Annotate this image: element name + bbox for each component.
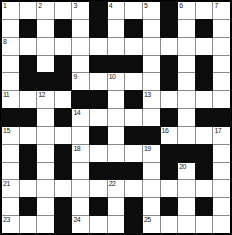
clue-number: 17 [214, 127, 221, 135]
blocked-cell [89, 162, 108, 181]
letter-cell[interactable] [108, 145, 125, 162]
letter-cell[interactable]: 24 [72, 216, 89, 233]
clue-number: 14 [73, 109, 80, 117]
letter-cell[interactable] [143, 198, 160, 215]
letter-cell[interactable]: 14 [72, 109, 89, 126]
letter-cell[interactable] [90, 180, 107, 197]
letter-cell[interactable]: 6 [178, 2, 195, 19]
blocked-cell [124, 162, 143, 181]
clue-number: 19 [144, 145, 151, 153]
letter-cell[interactable] [108, 109, 125, 126]
letter-cell[interactable] [178, 56, 195, 73]
letter-cell[interactable] [178, 73, 195, 90]
letter-cell[interactable] [125, 73, 142, 90]
clue-number: 7 [214, 2, 217, 10]
blocked-cell [124, 215, 143, 234]
letter-cell[interactable] [143, 56, 160, 73]
blocked-cell [89, 19, 108, 38]
letter-cell[interactable] [72, 20, 89, 37]
blocked-cell [160, 55, 179, 74]
letter-cell[interactable]: 22 [108, 180, 125, 197]
blocked-cell [89, 1, 108, 20]
blocked-cell [71, 90, 90, 109]
letter-cell[interactable] [161, 180, 178, 197]
letter-cell[interactable] [108, 127, 125, 144]
letter-cell[interactable] [178, 91, 195, 108]
blocked-cell [54, 144, 73, 163]
blocked-cell [195, 162, 214, 181]
clue-number: 12 [38, 91, 45, 99]
letter-cell[interactable] [55, 2, 72, 19]
clue-number: 25 [144, 216, 151, 224]
letter-cell[interactable] [178, 216, 195, 233]
letter-cell[interactable] [196, 127, 213, 144]
letter-cell[interactable]: 25 [143, 216, 160, 233]
letter-cell[interactable]: 11 [2, 91, 19, 108]
letter-cell[interactable] [37, 127, 54, 144]
blocked-cell [124, 19, 143, 38]
clue-number: 22 [109, 180, 116, 188]
letter-cell[interactable] [143, 180, 160, 197]
letter-cell[interactable]: 17 [213, 127, 230, 144]
letter-cell[interactable]: 1 [2, 2, 19, 19]
letter-cell[interactable] [108, 38, 125, 55]
letter-cell[interactable] [37, 216, 54, 233]
clue-number: 13 [144, 91, 151, 99]
letter-cell[interactable] [108, 20, 125, 37]
letter-cell[interactable] [55, 127, 72, 144]
letter-cell[interactable] [72, 198, 89, 215]
blocked-cell [89, 55, 108, 74]
letter-cell[interactable] [55, 38, 72, 55]
clue-number: 4 [109, 2, 112, 10]
letter-cell[interactable] [2, 163, 19, 180]
clue-number: 21 [3, 180, 10, 188]
letter-cell[interactable] [72, 163, 89, 180]
blocked-cell [54, 197, 73, 216]
letter-cell[interactable] [72, 56, 89, 73]
letter-cell[interactable] [90, 109, 107, 126]
blocked-cell [195, 55, 214, 74]
clue-number: 18 [73, 145, 80, 153]
letter-cell[interactable] [125, 109, 142, 126]
blocked-cell [142, 126, 161, 145]
crossword-board: 1234567891011121314151617181920212223242… [0, 0, 232, 235]
letter-cell[interactable] [37, 20, 54, 37]
blocked-cell [19, 72, 38, 91]
letter-cell[interactable] [213, 180, 230, 197]
blocked-cell [107, 162, 126, 181]
letter-cell[interactable] [72, 38, 89, 55]
blocked-cell [36, 72, 55, 91]
letter-cell[interactable] [20, 127, 37, 144]
letter-cell[interactable] [161, 38, 178, 55]
letter-cell[interactable] [213, 38, 230, 55]
blocked-cell [54, 72, 73, 91]
letter-cell[interactable]: 10 [108, 73, 125, 90]
blocked-cell [1, 108, 20, 127]
clue-number: 9 [73, 73, 76, 81]
letter-cell[interactable] [72, 127, 89, 144]
letter-cell[interactable] [55, 180, 72, 197]
letter-cell[interactable] [37, 198, 54, 215]
letter-cell[interactable] [37, 56, 54, 73]
letter-cell[interactable] [213, 145, 230, 162]
letter-cell[interactable] [213, 56, 230, 73]
blocked-cell [54, 55, 73, 74]
letter-cell[interactable]: 7 [213, 2, 230, 19]
blocked-cell [195, 197, 214, 216]
letter-cell[interactable] [125, 145, 142, 162]
letter-cell[interactable]: 21 [2, 180, 19, 197]
blocked-cell [54, 19, 73, 38]
blocked-cell [89, 126, 108, 145]
letter-cell[interactable] [196, 2, 213, 19]
letter-cell[interactable] [178, 127, 195, 144]
letter-cell[interactable]: 8 [2, 38, 19, 55]
letter-cell[interactable] [125, 2, 142, 19]
letter-cell[interactable]: 2 [37, 2, 54, 19]
blocked-cell [195, 72, 214, 91]
clue-number: 11 [3, 91, 9, 99]
letter-cell[interactable] [213, 20, 230, 37]
clue-number: 15 [3, 127, 10, 135]
letter-cell[interactable] [37, 180, 54, 197]
letter-cell[interactable] [213, 91, 230, 108]
letter-cell[interactable] [20, 216, 37, 233]
blocked-cell [124, 90, 143, 109]
letter-cell[interactable] [2, 20, 19, 37]
blocked-cell [54, 215, 73, 234]
letter-cell[interactable] [213, 198, 230, 215]
blocked-cell [107, 55, 126, 74]
clue-number: 5 [144, 2, 147, 10]
blocked-cell [54, 108, 73, 127]
blocked-cell [160, 144, 179, 163]
blocked-cell [195, 19, 214, 38]
letter-cell[interactable] [178, 198, 195, 215]
letter-cell[interactable]: 4 [108, 2, 125, 19]
letter-cell[interactable]: 3 [72, 2, 89, 19]
clue-number: 2 [38, 2, 41, 10]
letter-cell[interactable] [196, 91, 213, 108]
blocked-cell [160, 162, 179, 181]
clue-number: 3 [73, 2, 76, 10]
letter-cell[interactable] [108, 216, 125, 233]
letter-cell[interactable]: 19 [143, 145, 160, 162]
letter-cell[interactable] [161, 91, 178, 108]
letter-cell[interactable] [196, 38, 213, 55]
blocked-cell [124, 55, 143, 74]
letter-cell[interactable] [90, 216, 107, 233]
blocked-cell [212, 108, 231, 127]
letter-cell[interactable] [196, 180, 213, 197]
letter-cell[interactable] [143, 38, 160, 55]
blocked-cell [160, 197, 179, 216]
letter-cell[interactable] [37, 145, 54, 162]
clue-number: 24 [73, 216, 80, 224]
letter-cell[interactable] [20, 2, 37, 19]
blocked-cell [89, 197, 108, 216]
clue-number: 16 [162, 127, 169, 135]
blocked-cell [160, 72, 179, 91]
letter-cell[interactable] [37, 109, 54, 126]
letter-cell[interactable]: 23 [2, 216, 19, 233]
letter-cell[interactable] [37, 163, 54, 180]
letter-cell[interactable] [213, 216, 230, 233]
blocked-cell [89, 90, 108, 109]
blocked-cell [195, 144, 214, 163]
clue-number: 8 [3, 38, 6, 46]
letter-cell[interactable] [55, 91, 72, 108]
letter-cell[interactable]: 15 [2, 127, 19, 144]
blocked-cell [19, 197, 38, 216]
letter-cell[interactable] [20, 180, 37, 197]
letter-cell[interactable]: 16 [161, 127, 178, 144]
letter-cell[interactable]: 12 [37, 91, 54, 108]
letter-cell[interactable] [161, 216, 178, 233]
letter-cell[interactable] [2, 198, 19, 215]
letter-cell[interactable]: 9 [72, 73, 89, 90]
letter-cell[interactable] [20, 91, 37, 108]
blocked-cell [54, 162, 73, 181]
letter-cell[interactable]: 20 [178, 163, 195, 180]
letter-cell[interactable] [178, 180, 195, 197]
letter-cell[interactable] [37, 38, 54, 55]
blocked-cell [124, 197, 143, 216]
blocked-cell [19, 19, 38, 38]
letter-cell[interactable] [108, 91, 125, 108]
letter-cell[interactable] [143, 163, 160, 180]
letter-cell[interactable] [20, 38, 37, 55]
letter-cell[interactable] [143, 73, 160, 90]
blocked-cell [160, 1, 179, 20]
blocked-cell [19, 162, 38, 181]
letter-cell[interactable] [2, 56, 19, 73]
blocked-cell [124, 126, 143, 145]
letter-cell[interactable] [196, 216, 213, 233]
letter-cell[interactable] [72, 180, 89, 197]
blocked-cell [177, 144, 196, 163]
clue-number: 23 [3, 216, 10, 224]
blocked-cell [160, 19, 179, 38]
letter-cell[interactable] [143, 109, 160, 126]
letter-cell[interactable]: 5 [143, 2, 160, 19]
clue-number: 20 [179, 163, 186, 171]
clue-number: 1 [3, 2, 6, 10]
letter-cell[interactable] [213, 163, 230, 180]
letter-cell[interactable] [213, 73, 230, 90]
blocked-cell [19, 108, 38, 127]
letter-cell[interactable] [178, 109, 195, 126]
letter-cell[interactable]: 18 [72, 145, 89, 162]
letter-cell[interactable] [125, 180, 142, 197]
letter-cell[interactable] [90, 145, 107, 162]
letter-cell[interactable] [108, 198, 125, 215]
blocked-cell [19, 55, 38, 74]
letter-cell[interactable]: 13 [143, 91, 160, 108]
clue-number: 6 [179, 2, 182, 10]
letter-cell[interactable] [2, 145, 19, 162]
letter-cell[interactable] [178, 38, 195, 55]
letter-cell[interactable] [90, 73, 107, 90]
letter-cell[interactable] [178, 20, 195, 37]
blocked-cell [160, 108, 179, 127]
blocked-cell [19, 144, 38, 163]
letter-cell[interactable] [143, 20, 160, 37]
clue-number: 10 [109, 73, 116, 81]
blocked-cell [195, 108, 214, 127]
letter-cell[interactable] [2, 73, 19, 90]
letter-cell[interactable] [125, 38, 142, 55]
letter-cell[interactable] [90, 38, 107, 55]
